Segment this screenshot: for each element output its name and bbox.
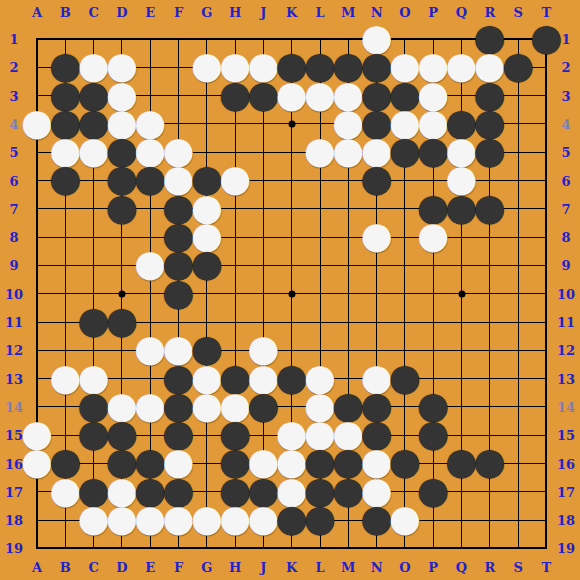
row-label: 7 bbox=[9, 202, 18, 215]
white-stone: ● bbox=[417, 222, 449, 250]
column-label: E bbox=[145, 6, 155, 19]
row-label: 12 bbox=[5, 344, 23, 357]
intersection-T7[interactable] bbox=[532, 195, 560, 223]
column-label: O bbox=[399, 561, 410, 574]
intersection-O10[interactable] bbox=[391, 280, 419, 308]
row-label: 13 bbox=[5, 372, 23, 385]
intersection-M12[interactable] bbox=[334, 336, 362, 364]
intersection-E1[interactable] bbox=[136, 25, 164, 53]
column-label: R bbox=[484, 561, 495, 574]
intersection-B17[interactable]: ● bbox=[51, 478, 79, 506]
white-stone: ● bbox=[389, 505, 421, 533]
black-stone: ● bbox=[530, 24, 562, 52]
black-stone: ● bbox=[417, 477, 449, 505]
intersection-Q16[interactable]: ● bbox=[447, 449, 475, 477]
row-label: 19 bbox=[5, 542, 23, 555]
intersection-A12[interactable] bbox=[23, 336, 51, 364]
white-stone: ● bbox=[219, 165, 251, 193]
intersection-C7[interactable] bbox=[79, 195, 107, 223]
board-intersections: ●●●●●●●●●●●●●●●●●●●●●●●●●●●●●●●●●●●●●●●●… bbox=[23, 25, 561, 563]
intersection-B6[interactable]: ● bbox=[51, 166, 79, 194]
intersection-D9[interactable] bbox=[108, 251, 136, 279]
intersection-N6[interactable]: ● bbox=[362, 166, 390, 194]
intersection-O16[interactable]: ● bbox=[391, 449, 419, 477]
intersection-O18[interactable]: ● bbox=[391, 506, 419, 534]
intersection-S15[interactable] bbox=[504, 421, 532, 449]
intersection-S17[interactable] bbox=[504, 478, 532, 506]
column-label: C bbox=[88, 6, 98, 19]
intersection-K6[interactable] bbox=[278, 166, 306, 194]
row-label: 2 bbox=[561, 61, 570, 74]
intersection-L3[interactable]: ● bbox=[306, 81, 334, 109]
intersection-J18[interactable]: ● bbox=[249, 506, 277, 534]
intersection-M8[interactable] bbox=[334, 223, 362, 251]
intersection-J10[interactable] bbox=[249, 280, 277, 308]
column-label: K bbox=[286, 561, 297, 574]
intersection-N8[interactable]: ● bbox=[362, 223, 390, 251]
intersection-A18[interactable] bbox=[23, 506, 51, 534]
intersection-R14[interactable] bbox=[476, 393, 504, 421]
intersection-S7[interactable] bbox=[504, 195, 532, 223]
intersection-S10[interactable] bbox=[504, 280, 532, 308]
intersection-O7[interactable] bbox=[391, 195, 419, 223]
row-label: 9 bbox=[9, 259, 18, 272]
intersection-R13[interactable] bbox=[476, 364, 504, 392]
column-label: B bbox=[60, 6, 71, 19]
black-stone: ● bbox=[49, 165, 81, 193]
row-label: 4 bbox=[561, 117, 570, 130]
row-label: 11 bbox=[557, 316, 575, 329]
row-label: 9 bbox=[561, 259, 570, 272]
intersection-Q11[interactable] bbox=[447, 308, 475, 336]
intersection-O5[interactable]: ● bbox=[391, 138, 419, 166]
intersection-F10[interactable]: ● bbox=[164, 280, 192, 308]
row-label: 4 bbox=[9, 117, 18, 130]
row-label: 19 bbox=[557, 542, 575, 555]
column-label: T bbox=[542, 561, 552, 574]
intersection-R12[interactable] bbox=[476, 336, 504, 364]
intersection-P11[interactable] bbox=[419, 308, 447, 336]
intersection-A11[interactable] bbox=[23, 308, 51, 336]
row-label: 1 bbox=[9, 33, 18, 46]
intersection-Q13[interactable] bbox=[447, 364, 475, 392]
column-label: H bbox=[229, 561, 241, 574]
row-label: 8 bbox=[9, 231, 18, 244]
intersection-D11[interactable]: ● bbox=[108, 308, 136, 336]
column-label: Q bbox=[456, 6, 467, 19]
intersection-B9[interactable] bbox=[51, 251, 79, 279]
intersection-H8[interactable] bbox=[221, 223, 249, 251]
intersection-J3[interactable]: ● bbox=[249, 81, 277, 109]
intersection-R18[interactable] bbox=[476, 506, 504, 534]
intersection-M9[interactable] bbox=[334, 251, 362, 279]
intersection-N11[interactable] bbox=[362, 308, 390, 336]
row-label: 8 bbox=[561, 231, 570, 244]
column-label: B bbox=[60, 561, 71, 574]
intersection-A13[interactable] bbox=[23, 364, 51, 392]
column-label: E bbox=[145, 561, 155, 574]
column-label: K bbox=[286, 6, 297, 19]
intersection-C8[interactable] bbox=[79, 223, 107, 251]
intersection-E14[interactable]: ● bbox=[136, 393, 164, 421]
row-label: 5 bbox=[561, 146, 570, 159]
intersection-H11[interactable] bbox=[221, 308, 249, 336]
intersection-E12[interactable]: ● bbox=[136, 336, 164, 364]
intersection-S6[interactable] bbox=[504, 166, 532, 194]
intersection-R7[interactable]: ● bbox=[476, 195, 504, 223]
row-label: 17 bbox=[557, 485, 575, 498]
row-label: 6 bbox=[561, 174, 570, 187]
intersection-T5[interactable] bbox=[532, 138, 560, 166]
intersection-A4[interactable]: ● bbox=[23, 110, 51, 138]
intersection-M19[interactable] bbox=[334, 534, 362, 562]
row-label: 18 bbox=[5, 514, 23, 527]
intersection-S13[interactable] bbox=[504, 364, 532, 392]
column-label: P bbox=[428, 6, 438, 19]
intersection-K8[interactable] bbox=[278, 223, 306, 251]
intersection-S9[interactable] bbox=[504, 251, 532, 279]
column-label: N bbox=[371, 561, 383, 574]
intersection-B10[interactable] bbox=[51, 280, 79, 308]
column-label: M bbox=[341, 6, 355, 19]
intersection-L18[interactable]: ● bbox=[306, 506, 334, 534]
intersection-L7[interactable] bbox=[306, 195, 334, 223]
column-label: F bbox=[174, 6, 183, 19]
intersection-C5[interactable]: ● bbox=[79, 138, 107, 166]
intersection-Q2[interactable]: ● bbox=[447, 53, 475, 81]
intersection-G14[interactable]: ● bbox=[193, 393, 221, 421]
intersection-P8[interactable]: ● bbox=[419, 223, 447, 251]
intersection-J9[interactable] bbox=[249, 251, 277, 279]
intersection-B19[interactable] bbox=[51, 534, 79, 562]
column-label: F bbox=[174, 561, 183, 574]
row-label: 1 bbox=[561, 33, 570, 46]
row-label: 16 bbox=[5, 457, 23, 470]
intersection-C15[interactable]: ● bbox=[79, 421, 107, 449]
intersection-R5[interactable]: ● bbox=[476, 138, 504, 166]
intersection-E6[interactable]: ● bbox=[136, 166, 164, 194]
column-label: L bbox=[315, 561, 324, 574]
intersection-C18[interactable]: ● bbox=[79, 506, 107, 534]
intersection-C9[interactable] bbox=[79, 251, 107, 279]
row-label: 11 bbox=[5, 316, 23, 329]
intersection-A10[interactable] bbox=[23, 280, 51, 308]
column-label: G bbox=[201, 561, 212, 574]
column-label: C bbox=[88, 561, 98, 574]
intersection-P17[interactable]: ● bbox=[419, 478, 447, 506]
column-label: M bbox=[341, 561, 355, 574]
column-label: J bbox=[260, 6, 266, 19]
column-label: D bbox=[116, 6, 127, 19]
row-label: 5 bbox=[9, 146, 18, 159]
intersection-O11[interactable] bbox=[391, 308, 419, 336]
intersection-P15[interactable]: ● bbox=[419, 421, 447, 449]
intersection-J6[interactable] bbox=[249, 166, 277, 194]
intersection-E18[interactable]: ● bbox=[136, 506, 164, 534]
black-stone: ● bbox=[502, 52, 534, 80]
row-label: 10 bbox=[557, 287, 575, 300]
black-stone: ● bbox=[304, 505, 336, 533]
column-label: S bbox=[513, 561, 522, 574]
row-label: 7 bbox=[561, 202, 570, 215]
intersection-K5[interactable] bbox=[278, 138, 306, 166]
intersection-Q7[interactable]: ● bbox=[447, 195, 475, 223]
intersection-Q19[interactable] bbox=[447, 534, 475, 562]
intersection-B13[interactable]: ● bbox=[51, 364, 79, 392]
intersection-L11[interactable] bbox=[306, 308, 334, 336]
intersection-F1[interactable] bbox=[164, 25, 192, 53]
row-label: 2 bbox=[9, 61, 18, 74]
column-label: S bbox=[513, 6, 522, 19]
row-label: 13 bbox=[557, 372, 575, 385]
intersection-S18[interactable] bbox=[504, 506, 532, 534]
intersection-M5[interactable]: ● bbox=[334, 138, 362, 166]
column-label: R bbox=[484, 6, 495, 19]
intersection-T3[interactable] bbox=[532, 81, 560, 109]
intersection-P12[interactable] bbox=[419, 336, 447, 364]
intersection-L5[interactable]: ● bbox=[306, 138, 334, 166]
column-label: P bbox=[428, 561, 438, 574]
intersection-K3[interactable]: ● bbox=[278, 81, 306, 109]
intersection-H3[interactable]: ● bbox=[221, 81, 249, 109]
intersection-J14[interactable]: ● bbox=[249, 393, 277, 421]
row-label: 6 bbox=[9, 174, 18, 187]
intersection-A1[interactable] bbox=[23, 25, 51, 53]
intersection-F3[interactable] bbox=[164, 81, 192, 109]
intersection-G9[interactable]: ● bbox=[193, 251, 221, 279]
intersection-E2[interactable] bbox=[136, 53, 164, 81]
intersection-H10[interactable] bbox=[221, 280, 249, 308]
intersection-G2[interactable]: ● bbox=[193, 53, 221, 81]
intersection-R19[interactable] bbox=[476, 534, 504, 562]
row-label: 14 bbox=[557, 400, 575, 413]
column-label: T bbox=[542, 6, 552, 19]
column-label: O bbox=[399, 6, 410, 19]
column-label: H bbox=[229, 6, 241, 19]
black-stone: ● bbox=[191, 250, 223, 278]
column-label: G bbox=[201, 6, 212, 19]
intersection-P19[interactable] bbox=[419, 534, 447, 562]
intersection-B8[interactable] bbox=[51, 223, 79, 251]
row-label: 10 bbox=[5, 287, 23, 300]
go-board: ●●●●●●●●●●●●●●●●●●●●●●●●●●●●●●●●●●●●●●●●… bbox=[0, 0, 580, 580]
intersection-P10[interactable] bbox=[419, 280, 447, 308]
column-label: D bbox=[116, 561, 127, 574]
intersection-S5[interactable] bbox=[504, 138, 532, 166]
intersection-J8[interactable] bbox=[249, 223, 277, 251]
intersection-M11[interactable] bbox=[334, 308, 362, 336]
intersection-N18[interactable]: ● bbox=[362, 506, 390, 534]
intersection-M10[interactable] bbox=[334, 280, 362, 308]
intersection-H6[interactable]: ● bbox=[221, 166, 249, 194]
black-stone: ● bbox=[162, 279, 194, 307]
black-stone: ● bbox=[106, 194, 138, 222]
intersection-A8[interactable] bbox=[23, 223, 51, 251]
intersection-Q12[interactable] bbox=[447, 336, 475, 364]
intersection-T8[interactable] bbox=[532, 223, 560, 251]
intersection-A6[interactable] bbox=[23, 166, 51, 194]
intersection-J7[interactable] bbox=[249, 195, 277, 223]
intersection-S8[interactable] bbox=[504, 223, 532, 251]
row-label: 18 bbox=[557, 514, 575, 527]
intersection-N10[interactable] bbox=[362, 280, 390, 308]
white-stone: ● bbox=[360, 222, 392, 250]
intersection-G4[interactable] bbox=[193, 110, 221, 138]
intersection-B11[interactable] bbox=[51, 308, 79, 336]
intersection-Q9[interactable] bbox=[447, 251, 475, 279]
row-label: 3 bbox=[9, 89, 18, 102]
intersection-S11[interactable] bbox=[504, 308, 532, 336]
intersection-R16[interactable]: ● bbox=[476, 449, 504, 477]
intersection-S14[interactable] bbox=[504, 393, 532, 421]
intersection-Q10[interactable] bbox=[447, 280, 475, 308]
row-label: 15 bbox=[557, 429, 575, 442]
intersection-R11[interactable] bbox=[476, 308, 504, 336]
column-label: A bbox=[32, 6, 42, 19]
intersection-D18[interactable]: ● bbox=[108, 506, 136, 534]
intersection-R9[interactable] bbox=[476, 251, 504, 279]
intersection-K13[interactable]: ● bbox=[278, 364, 306, 392]
row-label: 15 bbox=[5, 429, 23, 442]
intersection-A19[interactable] bbox=[23, 534, 51, 562]
intersection-H9[interactable] bbox=[221, 251, 249, 279]
intersection-D7[interactable]: ● bbox=[108, 195, 136, 223]
intersection-Q14[interactable] bbox=[447, 393, 475, 421]
intersection-K11[interactable] bbox=[278, 308, 306, 336]
column-label: N bbox=[371, 6, 383, 19]
intersection-Q18[interactable] bbox=[447, 506, 475, 534]
intersection-O13[interactable]: ● bbox=[391, 364, 419, 392]
column-label: L bbox=[315, 6, 324, 19]
intersection-M17[interactable]: ● bbox=[334, 478, 362, 506]
intersection-H18[interactable]: ● bbox=[221, 506, 249, 534]
intersection-E9[interactable]: ● bbox=[136, 251, 164, 279]
intersection-S19[interactable] bbox=[504, 534, 532, 562]
row-label: 14 bbox=[5, 400, 23, 413]
intersection-S4[interactable] bbox=[504, 110, 532, 138]
intersection-A7[interactable] bbox=[23, 195, 51, 223]
intersection-K9[interactable] bbox=[278, 251, 306, 279]
intersection-S12[interactable] bbox=[504, 336, 532, 364]
intersection-K10[interactable] bbox=[278, 280, 306, 308]
column-label: A bbox=[32, 561, 42, 574]
column-label: Q bbox=[456, 561, 467, 574]
column-label: J bbox=[260, 561, 266, 574]
intersection-L8[interactable] bbox=[306, 223, 334, 251]
intersection-A16[interactable]: ● bbox=[23, 449, 51, 477]
row-label: 16 bbox=[557, 457, 575, 470]
black-stone: ● bbox=[474, 194, 506, 222]
intersection-T9[interactable] bbox=[532, 251, 560, 279]
intersection-K18[interactable]: ● bbox=[278, 506, 306, 534]
intersection-J5[interactable] bbox=[249, 138, 277, 166]
row-label: 12 bbox=[557, 344, 575, 357]
black-stone: ● bbox=[474, 137, 506, 165]
intersection-L10[interactable] bbox=[306, 280, 334, 308]
intersection-F2[interactable] bbox=[164, 53, 192, 81]
intersection-O8[interactable] bbox=[391, 223, 419, 251]
intersection-A9[interactable] bbox=[23, 251, 51, 279]
row-label: 3 bbox=[561, 89, 570, 102]
intersection-T4[interactable] bbox=[532, 110, 560, 138]
intersection-S16[interactable] bbox=[504, 449, 532, 477]
intersection-R10[interactable] bbox=[476, 280, 504, 308]
intersection-A2[interactable] bbox=[23, 53, 51, 81]
intersection-C11[interactable]: ● bbox=[79, 308, 107, 336]
intersection-M7[interactable] bbox=[334, 195, 362, 223]
intersection-T6[interactable] bbox=[532, 166, 560, 194]
row-label: 17 bbox=[5, 485, 23, 498]
intersection-L9[interactable] bbox=[306, 251, 334, 279]
intersection-G16[interactable] bbox=[193, 449, 221, 477]
intersection-K7[interactable] bbox=[278, 195, 306, 223]
intersection-G18[interactable]: ● bbox=[193, 506, 221, 534]
black-stone: ● bbox=[474, 448, 506, 476]
intersection-S2[interactable]: ● bbox=[504, 53, 532, 81]
black-stone: ● bbox=[360, 165, 392, 193]
intersection-P5[interactable]: ● bbox=[419, 138, 447, 166]
intersection-T1[interactable]: ● bbox=[532, 25, 560, 53]
intersection-O9[interactable] bbox=[391, 251, 419, 279]
intersection-F18[interactable]: ● bbox=[164, 506, 192, 534]
